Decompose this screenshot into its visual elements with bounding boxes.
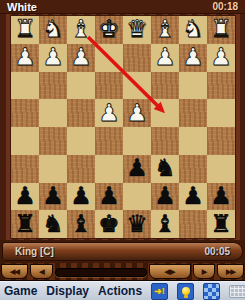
white-king[interactable]: ♚ (98, 16, 120, 43)
move-now-icon[interactable]: ➜! (151, 283, 168, 300)
square[interactable]: ♚ (95, 210, 123, 238)
square[interactable]: ♛ (123, 16, 151, 44)
white-rook[interactable]: ♜ (210, 16, 232, 43)
square[interactable] (39, 99, 67, 127)
black-pawn[interactable]: ♟ (70, 183, 92, 210)
status-label: King [C] (15, 246, 54, 257)
rewind-button[interactable]: ◀◀ (1, 264, 28, 279)
square[interactable] (179, 155, 207, 183)
keyboard-icon (229, 285, 245, 298)
black-bishop[interactable]: ♝ (70, 211, 92, 238)
step-forward-button[interactable]: ▶ (193, 264, 215, 279)
square[interactable] (11, 72, 39, 100)
side-to-move-label: White (7, 1, 37, 13)
input-panel-selector[interactable]: ▲ (229, 285, 245, 298)
square[interactable]: ♝ (67, 210, 95, 238)
square[interactable] (151, 99, 179, 127)
fast-forward-button[interactable]: ▶▶ (217, 264, 244, 279)
step-back-button[interactable]: ◀ (30, 264, 53, 279)
square[interactable] (123, 183, 151, 211)
square[interactable]: ♟ (95, 99, 123, 127)
black-king[interactable]: ♚ (98, 211, 120, 238)
square[interactable] (11, 99, 39, 127)
square[interactable] (207, 127, 235, 155)
square[interactable]: ♟ (11, 183, 39, 211)
white-pawn[interactable]: ♟ (126, 100, 148, 127)
square[interactable] (179, 72, 207, 100)
white-knight[interactable]: ♞ (42, 16, 64, 43)
square[interactable]: ♟ (151, 183, 179, 211)
black-rook[interactable]: ♜ (210, 211, 232, 238)
square[interactable]: ♟ (39, 44, 67, 72)
square[interactable]: ♟ (39, 183, 67, 211)
play-pause-button[interactable]: ◀▶ (149, 264, 191, 279)
square[interactable]: ♝ (151, 210, 179, 238)
menu-bar: Game Display Actions ➜! ▲ (0, 281, 245, 300)
square[interactable]: ♜ (11, 210, 39, 238)
square[interactable]: ♟ (151, 44, 179, 72)
black-knight[interactable]: ♞ (154, 155, 176, 182)
black-pawn[interactable]: ♟ (126, 155, 148, 182)
white-clock: 00:18 (212, 1, 238, 12)
square[interactable]: ♟ (123, 99, 151, 127)
square[interactable]: ♞ (151, 155, 179, 183)
menu-display[interactable]: Display (46, 284, 89, 298)
black-clock: 00:05 (204, 246, 230, 257)
white-rook[interactable]: ♜ (14, 16, 36, 43)
white-pawn[interactable]: ♟ (14, 44, 36, 71)
square[interactable] (123, 127, 151, 155)
black-queen[interactable]: ♛ (126, 211, 148, 238)
square[interactable]: ♟ (95, 183, 123, 211)
square[interactable]: ♜ (207, 16, 235, 44)
square[interactable] (67, 155, 95, 183)
white-pawn[interactable]: ♟ (210, 44, 232, 71)
white-bishop[interactable]: ♝ (70, 16, 92, 43)
square[interactable] (151, 127, 179, 155)
square[interactable]: ♟ (179, 44, 207, 72)
menu-actions[interactable]: Actions (98, 284, 142, 298)
square[interactable] (39, 127, 67, 155)
square[interactable] (179, 99, 207, 127)
square[interactable] (207, 155, 235, 183)
square[interactable] (67, 72, 95, 100)
white-pawn[interactable]: ♟ (98, 100, 120, 127)
black-pawn[interactable]: ♟ (42, 183, 64, 210)
chess-board[interactable]: ♜♞♝♚♛♝♞♜♟♟♟♟♟♟♟♟♟♞♟♟♟♟♟♟♟♜♞♝♚♛♝♜ (11, 16, 235, 238)
black-rook[interactable]: ♜ (14, 211, 36, 238)
square[interactable]: ♞ (39, 16, 67, 44)
menu-game[interactable]: Game (4, 284, 37, 298)
white-pawn[interactable]: ♟ (182, 44, 204, 71)
chess-app: White 00:18 ♜♞♝♚♛♝♞♜♟♟♟♟♟♟♟♟♟♞♟♟♟♟♟♟♟♜♞♝… (0, 0, 245, 300)
square[interactable]: ♟ (11, 44, 39, 72)
white-knight[interactable]: ♞ (182, 16, 204, 43)
lightbulb-icon (182, 287, 190, 295)
square[interactable]: ♟ (123, 155, 151, 183)
black-pawn[interactable]: ♟ (182, 183, 204, 210)
black-bishop[interactable]: ♝ (154, 211, 176, 238)
square[interactable]: ♞ (39, 210, 67, 238)
square[interactable] (95, 155, 123, 183)
hint-icon[interactable] (177, 283, 194, 300)
flip-board-icon[interactable] (203, 283, 220, 300)
square[interactable] (67, 127, 95, 155)
square[interactable] (39, 72, 67, 100)
board-frame: ♜♞♝♚♛♝♞♜♟♟♟♟♟♟♟♟♟♞♟♟♟♟♟♟♟♜♞♝♚♛♝♜ (0, 14, 245, 240)
square[interactable] (67, 99, 95, 127)
square[interactable]: ♟ (207, 183, 235, 211)
title-bar: White 00:18 (0, 0, 245, 14)
square[interactable] (179, 210, 207, 238)
square[interactable]: ♟ (207, 44, 235, 72)
square[interactable]: ♜ (11, 16, 39, 44)
black-pawn[interactable]: ♟ (98, 183, 120, 210)
square[interactable]: ♟ (67, 44, 95, 72)
square[interactable] (207, 72, 235, 100)
white-pawn[interactable]: ♟ (42, 44, 64, 71)
game-position-slider[interactable] (55, 268, 147, 277)
square[interactable] (95, 127, 123, 155)
square[interactable] (123, 44, 151, 72)
square[interactable]: ♝ (151, 16, 179, 44)
square[interactable]: ♞ (179, 16, 207, 44)
black-knight[interactable]: ♞ (42, 211, 64, 238)
black-pawn[interactable]: ♟ (154, 183, 176, 210)
square[interactable] (11, 127, 39, 155)
status-bar: King [C] 00:05 (0, 240, 245, 263)
square[interactable] (39, 155, 67, 183)
square[interactable]: ♝ (67, 16, 95, 44)
square[interactable] (123, 72, 151, 100)
nav-bar: ◀◀ ◀ ◀▶ ▶ ▶▶ (0, 263, 245, 281)
square[interactable] (207, 99, 235, 127)
square[interactable]: ♟ (67, 183, 95, 211)
white-pawn[interactable]: ♟ (154, 44, 176, 71)
black-pawn[interactable]: ♟ (210, 183, 232, 210)
white-bishop[interactable]: ♝ (154, 16, 176, 43)
black-pawn[interactable]: ♟ (14, 183, 36, 210)
square[interactable] (95, 72, 123, 100)
square[interactable] (11, 155, 39, 183)
square[interactable] (95, 44, 123, 72)
square[interactable]: ♟ (179, 183, 207, 211)
square[interactable] (179, 127, 207, 155)
move-now-glyph: ➜! (154, 284, 165, 299)
square[interactable] (151, 72, 179, 100)
white-queen[interactable]: ♛ (126, 16, 148, 43)
square[interactable]: ♚ (95, 16, 123, 44)
square[interactable]: ♜ (207, 210, 235, 238)
white-pawn[interactable]: ♟ (70, 44, 92, 71)
status-panel: King [C] 00:05 (2, 242, 243, 261)
square[interactable]: ♛ (123, 210, 151, 238)
